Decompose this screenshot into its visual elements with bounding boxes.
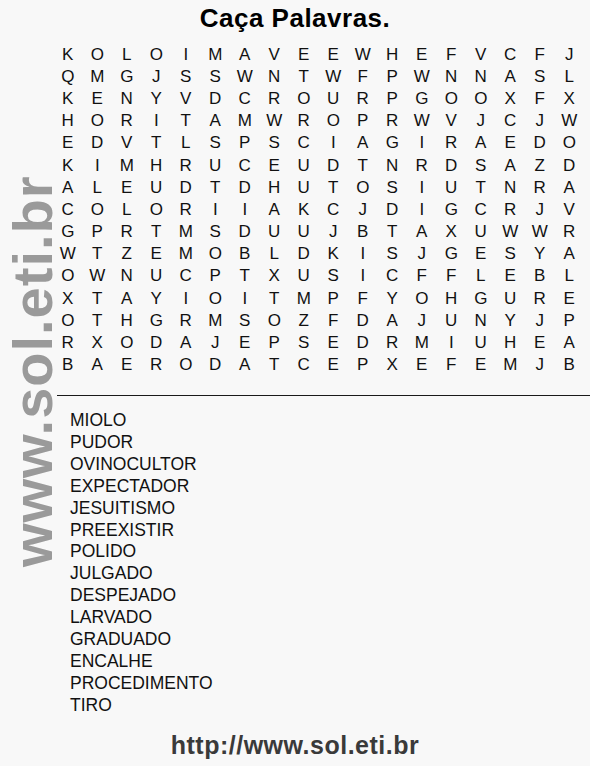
grid-cell[interactable]: U — [201, 154, 231, 176]
grid-cell[interactable]: D — [171, 176, 201, 198]
grid-cell[interactable]: D — [378, 198, 408, 220]
grid-cell[interactable]: U — [142, 176, 172, 198]
grid-cell[interactable]: E — [525, 331, 555, 353]
grid-cell[interactable]: E — [466, 243, 496, 265]
grid-cell[interactable]: I — [348, 265, 378, 287]
grid-cell[interactable]: O — [260, 309, 290, 331]
grid-cell[interactable]: T — [171, 110, 201, 132]
grid-cell[interactable]: V — [466, 43, 496, 65]
word-list: MIOLOPUDOROVINOCULTOREXPECTADORJESUITISM… — [70, 410, 213, 717]
grid-cell[interactable]: N — [378, 154, 408, 176]
word-list-item: EXPECTADOR — [70, 476, 213, 498]
grid-cell[interactable]: R — [171, 309, 201, 331]
grid-cell[interactable]: S — [378, 176, 408, 198]
grid-cell[interactable]: J — [142, 65, 172, 87]
grid-cell[interactable]: M — [289, 287, 319, 309]
word-list-item: PROCEDIMENTO — [70, 673, 213, 695]
grid-cell[interactable]: S — [466, 154, 496, 176]
grid-cell[interactable]: A — [466, 132, 496, 154]
grid-cell[interactable]: E — [319, 43, 349, 65]
word-list-item: JULGADO — [70, 563, 213, 585]
grid-cell[interactable]: W — [260, 110, 290, 132]
grid-cell[interactable]: J — [555, 43, 585, 65]
grid-cell[interactable]: E — [112, 176, 142, 198]
grid-cell[interactable]: N — [112, 87, 142, 109]
grid-cell[interactable]: O — [319, 110, 349, 132]
grid-cell[interactable]: D — [319, 154, 349, 176]
grid-cell[interactable]: A — [407, 221, 437, 243]
grid-cell[interactable]: U — [319, 87, 349, 109]
grid-cell[interactable]: O — [407, 287, 437, 309]
grid-cell[interactable]: N — [112, 265, 142, 287]
grid-cell[interactable]: A — [555, 243, 585, 265]
grid-cell[interactable]: F — [437, 43, 467, 65]
grid-cell[interactable]: A — [112, 287, 142, 309]
grid-cell[interactable]: D — [289, 243, 319, 265]
grid-cell[interactable]: M — [201, 43, 231, 65]
grid-cell[interactable]: V — [555, 198, 585, 220]
grid-cell[interactable]: W — [348, 43, 378, 65]
word-list-item: LARVADO — [70, 607, 213, 629]
grid-cell[interactable]: R — [378, 110, 408, 132]
grid-cell[interactable]: E — [289, 43, 319, 65]
grid-cell[interactable]: T — [142, 221, 172, 243]
grid-cell[interactable]: T — [83, 243, 113, 265]
grid-cell[interactable]: R — [378, 331, 408, 353]
grid-cell[interactable]: M — [112, 154, 142, 176]
grid-cell[interactable]: I — [437, 331, 467, 353]
grid-cell[interactable]: A — [201, 110, 231, 132]
grid-cell[interactable]: D — [348, 309, 378, 331]
grid-cell[interactable]: T — [378, 221, 408, 243]
grid-cell[interactable]: C — [230, 154, 260, 176]
grid-cell[interactable]: E — [466, 354, 496, 376]
grid-cell[interactable]: J — [407, 309, 437, 331]
grid-cell[interactable]: V — [112, 132, 142, 154]
grid-cell[interactable]: S — [171, 65, 201, 87]
grid-cell[interactable]: F — [437, 265, 467, 287]
grid-cell[interactable]: W — [555, 110, 585, 132]
grid-cell[interactable]: I — [83, 154, 113, 176]
grid-cell[interactable]: L — [466, 265, 496, 287]
grid-cell[interactable]: Y — [142, 87, 172, 109]
grid-cell[interactable]: M — [407, 331, 437, 353]
grid-cell[interactable]: P — [260, 331, 290, 353]
grid-cell[interactable]: Z — [112, 243, 142, 265]
word-search-grid: KOLOIMAVEEWHEFVCFJQMGJSSWNTWFPWNNASLKENY… — [53, 43, 584, 376]
grid-cell[interactable]: W — [407, 65, 437, 87]
grid-cell[interactable]: Q — [53, 65, 83, 87]
grid-cell[interactable]: E — [142, 243, 172, 265]
grid-cell[interactable]: F — [348, 65, 378, 87]
grid-cell[interactable]: P — [348, 110, 378, 132]
grid-cell[interactable]: O — [437, 87, 467, 109]
grid-cell[interactable]: S — [201, 132, 231, 154]
grid-cell[interactable]: I — [407, 132, 437, 154]
grid-cell[interactable]: J — [525, 354, 555, 376]
grid-cell[interactable]: J — [525, 198, 555, 220]
grid-cell[interactable]: S — [230, 309, 260, 331]
grid-cell[interactable]: I — [230, 287, 260, 309]
grid-cell[interactable]: J — [466, 110, 496, 132]
word-list-item: PUDOR — [70, 432, 213, 454]
grid-cell[interactable]: I — [319, 132, 349, 154]
grid-cell[interactable]: E — [496, 132, 526, 154]
grid-cell[interactable]: R — [112, 221, 142, 243]
grid-cell[interactable]: T — [289, 65, 319, 87]
grid-cell[interactable]: O — [83, 198, 113, 220]
grid-wordlist-divider — [57, 395, 590, 396]
grid-cell[interactable]: D — [201, 354, 231, 376]
grid-cell[interactable]: T — [260, 354, 290, 376]
grid-cell[interactable]: I — [230, 198, 260, 220]
grid-cell[interactable]: T — [348, 154, 378, 176]
grid-cell[interactable]: L — [83, 176, 113, 198]
grid-cell[interactable]: N — [437, 65, 467, 87]
grid-cell[interactable]: E — [319, 331, 349, 353]
grid-cell[interactable]: A — [555, 331, 585, 353]
grid-cell[interactable]: D — [230, 176, 260, 198]
grid-cell[interactable]: C — [319, 198, 349, 220]
grid-cell[interactable]: G — [378, 132, 408, 154]
grid-cell[interactable]: A — [555, 176, 585, 198]
grid-cell[interactable]: O — [142, 43, 172, 65]
grid-cell[interactable]: I — [407, 198, 437, 220]
grid-cell[interactable]: L — [112, 43, 142, 65]
grid-cell[interactable]: P — [230, 132, 260, 154]
grid-cell[interactable]: Y — [378, 287, 408, 309]
grid-cell[interactable]: A — [83, 354, 113, 376]
grid-cell[interactable]: U — [289, 154, 319, 176]
grid-cell[interactable]: H — [112, 309, 142, 331]
grid-cell[interactable]: Y — [525, 243, 555, 265]
grid-cell[interactable]: J — [407, 243, 437, 265]
grid-cell[interactable]: H — [496, 331, 526, 353]
grid-cell[interactable]: N — [466, 65, 496, 87]
grid-cell[interactable]: U — [437, 176, 467, 198]
grid-cell[interactable]: P — [348, 354, 378, 376]
word-list-item: OVINOCULTOR — [70, 454, 213, 476]
grid-cell[interactable]: J — [201, 331, 231, 353]
grid-cell[interactable]: A — [230, 43, 260, 65]
grid-cell[interactable]: J — [525, 309, 555, 331]
grid-cell[interactable]: F — [348, 287, 378, 309]
grid-cell[interactable]: U — [496, 287, 526, 309]
grid-cell[interactable]: E — [112, 354, 142, 376]
grid-cell[interactable]: C — [230, 87, 260, 109]
grid-cell[interactable]: O — [83, 43, 113, 65]
grid-cell[interactable]: P — [319, 287, 349, 309]
grid-cell[interactable]: S — [319, 265, 349, 287]
grid-cell[interactable]: L — [112, 198, 142, 220]
grid-cell[interactable]: X — [83, 331, 113, 353]
grid-cell[interactable]: V — [171, 87, 201, 109]
grid-cell[interactable]: U — [142, 265, 172, 287]
grid-cell[interactable]: S — [496, 243, 526, 265]
grid-cell[interactable]: J — [348, 198, 378, 220]
grid-cell[interactable]: P — [378, 65, 408, 87]
grid-cell[interactable]: O — [466, 87, 496, 109]
grid-cell[interactable]: E — [407, 43, 437, 65]
grid-cell[interactable]: F — [319, 309, 349, 331]
word-list-item: ENCALHE — [70, 651, 213, 673]
grid-cell[interactable]: B — [348, 221, 378, 243]
grid-cell[interactable]: X — [260, 265, 290, 287]
footer-url: http://www.sol.eti.br — [0, 731, 590, 760]
grid-cell[interactable]: P — [201, 265, 231, 287]
word-list-item: MIOLO — [70, 410, 213, 432]
grid-cell[interactable]: C — [496, 43, 526, 65]
grid-cell[interactable]: M — [171, 221, 201, 243]
grid-cell[interactable]: C — [378, 265, 408, 287]
grid-cell[interactable]: R — [171, 154, 201, 176]
grid-cell[interactable]: K — [289, 198, 319, 220]
grid-cell[interactable]: A — [496, 154, 526, 176]
grid-cell[interactable]: Y — [142, 287, 172, 309]
grid-cell[interactable]: B — [525, 265, 555, 287]
grid-cell[interactable]: E — [53, 132, 83, 154]
grid-cell[interactable]: A — [260, 198, 290, 220]
grid-cell[interactable]: P — [83, 221, 113, 243]
grid-cell[interactable]: I — [348, 243, 378, 265]
grid-cell[interactable]: W — [525, 221, 555, 243]
grid-cell[interactable]: O — [348, 176, 378, 198]
grid-cell[interactable]: S — [525, 65, 555, 87]
grid-cell[interactable]: O — [289, 87, 319, 109]
grid-cell[interactable]: M — [201, 309, 231, 331]
grid-cell[interactable]: N — [260, 65, 290, 87]
grid-cell[interactable]: I — [171, 287, 201, 309]
grid-cell[interactable]: S — [260, 132, 290, 154]
grid-cell[interactable]: H — [378, 43, 408, 65]
grid-cell[interactable]: L — [171, 132, 201, 154]
grid-cell[interactable]: T — [83, 309, 113, 331]
grid-cell[interactable]: R — [142, 354, 172, 376]
grid-cell[interactable]: T — [142, 132, 172, 154]
grid-cell[interactable]: H — [142, 154, 172, 176]
grid-cell[interactable]: O — [142, 198, 172, 220]
grid-cell[interactable]: U — [466, 331, 496, 353]
grid-cell[interactable]: V — [260, 43, 290, 65]
grid-cell[interactable]: R — [525, 287, 555, 309]
grid-cell[interactable]: E — [555, 287, 585, 309]
word-list-item: TIRO — [70, 695, 213, 717]
grid-cell[interactable]: T — [201, 176, 231, 198]
word-list-item: GRADUADO — [70, 629, 213, 651]
grid-cell[interactable]: U — [289, 265, 319, 287]
grid-cell[interactable]: R — [260, 87, 290, 109]
grid-cell[interactable]: R — [348, 87, 378, 109]
word-list-item: POLIDO — [70, 541, 213, 563]
grid-cell[interactable]: U — [437, 309, 467, 331]
page-title: Caça Palavras. — [0, 3, 590, 34]
grid-cell[interactable]: L — [260, 243, 290, 265]
grid-cell[interactable]: J — [525, 110, 555, 132]
grid-cell[interactable]: I — [407, 176, 437, 198]
grid-cell[interactable]: F — [437, 354, 467, 376]
grid-cell[interactable]: A — [348, 132, 378, 154]
word-list-item: DESPEJADO — [70, 585, 213, 607]
grid-cell[interactable]: J — [319, 221, 349, 243]
grid-cell[interactable]: D — [201, 87, 231, 109]
grid-cell[interactable]: I — [171, 43, 201, 65]
grid-cell[interactable]: G — [437, 243, 467, 265]
grid-cell[interactable]: R — [171, 198, 201, 220]
grid-cell[interactable]: H — [437, 287, 467, 309]
grid-cell[interactable]: U — [289, 221, 319, 243]
grid-cell[interactable]: L — [555, 65, 585, 87]
grid-cell[interactable]: G — [142, 309, 172, 331]
grid-cell[interactable]: S — [201, 65, 231, 87]
grid-cell[interactable]: W — [496, 221, 526, 243]
grid-cell[interactable]: U — [289, 176, 319, 198]
grid-cell[interactable]: F — [407, 265, 437, 287]
site-watermark: www.sol.eti.br — [3, 187, 63, 567]
grid-cell[interactable]: T — [260, 287, 290, 309]
grid-cell[interactable]: S — [289, 331, 319, 353]
grid-cell[interactable]: T — [319, 176, 349, 198]
grid-cell[interactable]: W — [319, 65, 349, 87]
grid-cell[interactable]: G — [112, 65, 142, 87]
grid-cell[interactable]: O — [201, 243, 231, 265]
grid-cell[interactable]: N — [466, 309, 496, 331]
grid-cell[interactable]: K — [53, 154, 83, 176]
grid-cell[interactable]: T — [83, 287, 113, 309]
grid-cell[interactable]: A — [230, 354, 260, 376]
grid-cell[interactable]: D — [83, 132, 113, 154]
grid-cell[interactable]: E — [496, 265, 526, 287]
grid-cell[interactable]: E — [230, 331, 260, 353]
word-list-item: JESUITISMO — [70, 498, 213, 520]
grid-cell[interactable]: C — [289, 132, 319, 154]
grid-cell[interactable]: W — [230, 65, 260, 87]
grid-cell[interactable]: M — [496, 354, 526, 376]
grid-cell[interactable]: M — [83, 65, 113, 87]
grid-cell[interactable]: X — [496, 87, 526, 109]
grid-cell[interactable]: Z — [289, 309, 319, 331]
grid-cell[interactable]: N — [496, 176, 526, 198]
grid-cell[interactable]: T — [230, 265, 260, 287]
grid-cell[interactable]: K — [319, 243, 349, 265]
grid-cell[interactable]: P — [378, 87, 408, 109]
grid-cell[interactable]: P — [555, 309, 585, 331]
grid-cell[interactable]: D — [525, 132, 555, 154]
grid-cell[interactable]: O — [112, 331, 142, 353]
grid-cell[interactable]: O — [171, 354, 201, 376]
grid-cell[interactable]: I — [142, 110, 172, 132]
grid-cell[interactable]: G — [437, 198, 467, 220]
grid-cell[interactable]: R — [407, 154, 437, 176]
grid-cell[interactable]: U — [466, 221, 496, 243]
grid-cell[interactable]: A — [171, 331, 201, 353]
grid-cell[interactable]: D — [555, 154, 585, 176]
grid-cell[interactable]: R — [437, 132, 467, 154]
grid-cell[interactable]: R — [496, 198, 526, 220]
grid-cell[interactable]: T — [466, 176, 496, 198]
grid-cell[interactable]: O — [555, 132, 585, 154]
word-list-item: PREEXISTIR — [70, 520, 213, 542]
puzzle-page: Caça Palavras. KOLOIMAVEEWHEFVCFJQMGJSSW… — [0, 0, 590, 766]
grid-cell[interactable]: D — [142, 331, 172, 353]
grid-cell[interactable]: K — [53, 43, 83, 65]
grid-cell[interactable]: C — [466, 198, 496, 220]
grid-cell[interactable]: C — [171, 265, 201, 287]
grid-cell[interactable]: S — [201, 221, 231, 243]
grid-cell[interactable]: R — [112, 110, 142, 132]
grid-cell[interactable]: D — [230, 221, 260, 243]
grid-cell[interactable]: E — [260, 154, 290, 176]
grid-cell[interactable]: W — [407, 110, 437, 132]
grid-cell[interactable]: X — [378, 354, 408, 376]
grid-cell[interactable]: C — [496, 110, 526, 132]
grid-cell[interactable]: O — [201, 287, 231, 309]
grid-cell[interactable]: M — [230, 110, 260, 132]
grid-cell[interactable]: Y — [496, 309, 526, 331]
grid-cell[interactable]: X — [555, 87, 585, 109]
grid-cell[interactable]: X — [437, 221, 467, 243]
grid-cell[interactable]: O — [83, 110, 113, 132]
grid-cell[interactable]: E — [83, 87, 113, 109]
grid-cell[interactable]: Z — [525, 154, 555, 176]
grid-cell[interactable]: B — [555, 354, 585, 376]
grid-cell[interactable]: G — [407, 87, 437, 109]
grid-cell[interactable]: W — [83, 265, 113, 287]
grid-cell[interactable]: L — [555, 265, 585, 287]
grid-cell[interactable]: H — [260, 176, 290, 198]
grid-cell[interactable]: R — [525, 176, 555, 198]
grid-cell[interactable]: F — [525, 43, 555, 65]
grid-cell[interactable]: U — [260, 221, 290, 243]
grid-cell[interactable]: R — [289, 110, 319, 132]
grid-cell[interactable]: V — [437, 110, 467, 132]
grid-cell[interactable]: A — [496, 65, 526, 87]
grid-cell[interactable]: B — [230, 243, 260, 265]
grid-cell[interactable]: R — [555, 221, 585, 243]
grid-cell[interactable]: C — [289, 354, 319, 376]
grid-cell[interactable]: G — [466, 287, 496, 309]
grid-cell[interactable]: S — [378, 243, 408, 265]
grid-cell[interactable]: A — [378, 309, 408, 331]
grid-cell[interactable]: H — [53, 110, 83, 132]
grid-cell[interactable]: D — [437, 154, 467, 176]
grid-cell[interactable]: E — [407, 354, 437, 376]
grid-cell[interactable]: M — [171, 243, 201, 265]
grid-cell[interactable]: K — [53, 87, 83, 109]
grid-cell[interactable]: I — [201, 198, 231, 220]
grid-cell[interactable]: F — [525, 87, 555, 109]
grid-cell[interactable]: D — [348, 331, 378, 353]
grid-cell[interactable]: E — [319, 354, 349, 376]
